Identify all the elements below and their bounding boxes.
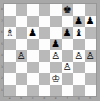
rank-label-5: 5 bbox=[0, 39, 4, 51]
file-label-b: b bbox=[16, 97, 28, 101]
square-c6[interactable]: ♟ bbox=[27, 27, 39, 39]
square-f4[interactable] bbox=[62, 50, 74, 62]
square-c3[interactable] bbox=[27, 62, 39, 74]
piece-white-pawn: ♙ bbox=[63, 62, 72, 72]
piece-white-pawn: ♙ bbox=[17, 50, 26, 60]
square-e8[interactable] bbox=[50, 4, 62, 16]
square-e6[interactable] bbox=[50, 27, 62, 39]
file-label-h: h bbox=[85, 97, 97, 101]
rank-label-1: 1 bbox=[0, 85, 4, 97]
rank-label-6: 6 bbox=[0, 27, 4, 39]
square-a6[interactable]: ♗ bbox=[4, 27, 16, 39]
piece-black-bishop: ♝ bbox=[74, 27, 83, 37]
piece-white-pawn: ♙ bbox=[51, 50, 60, 60]
square-h4[interactable]: ♙ bbox=[85, 50, 97, 62]
square-a2[interactable] bbox=[4, 73, 16, 85]
piece-black-pawn: ♟ bbox=[63, 27, 72, 37]
file-label-g: g bbox=[73, 97, 85, 101]
square-c2[interactable] bbox=[27, 73, 39, 85]
chess-board: ♚♟♟♗♟♟♝♟♙♙♙♙♙♔ bbox=[4, 4, 96, 96]
square-g7[interactable]: ♟ bbox=[73, 16, 85, 28]
square-g6[interactable]: ♝ bbox=[73, 27, 85, 39]
square-e4[interactable]: ♙ bbox=[50, 50, 62, 62]
piece-white-pawn: ♙ bbox=[86, 50, 95, 60]
square-h1[interactable] bbox=[85, 85, 97, 97]
square-h6[interactable] bbox=[85, 27, 97, 39]
square-e3[interactable] bbox=[50, 62, 62, 74]
file-label-f: f bbox=[62, 97, 74, 101]
square-h2[interactable] bbox=[85, 73, 97, 85]
square-a5[interactable] bbox=[4, 39, 16, 51]
square-d2[interactable] bbox=[39, 73, 51, 85]
square-e7[interactable] bbox=[50, 16, 62, 28]
square-b5[interactable] bbox=[16, 39, 28, 51]
file-label-e: e bbox=[50, 97, 62, 101]
square-a4[interactable] bbox=[4, 50, 16, 62]
square-b8[interactable] bbox=[16, 4, 28, 16]
square-g4[interactable]: ♙ bbox=[73, 50, 85, 62]
square-e2[interactable]: ♔ bbox=[50, 73, 62, 85]
square-c4[interactable] bbox=[27, 50, 39, 62]
piece-black-pawn: ♟ bbox=[51, 39, 60, 49]
square-b6[interactable] bbox=[16, 27, 28, 39]
square-c1[interactable] bbox=[27, 85, 39, 97]
square-f3[interactable]: ♙ bbox=[62, 62, 74, 74]
square-f8[interactable]: ♚ bbox=[62, 4, 74, 16]
square-d7[interactable] bbox=[39, 16, 51, 28]
square-e5[interactable]: ♟ bbox=[50, 39, 62, 51]
square-f6[interactable]: ♟ bbox=[62, 27, 74, 39]
rank-label-4: 4 bbox=[0, 50, 4, 62]
file-label-c: c bbox=[27, 97, 39, 101]
square-e1[interactable] bbox=[50, 85, 62, 97]
file-label-a: a bbox=[4, 97, 16, 101]
square-a3[interactable] bbox=[4, 62, 16, 74]
square-a1[interactable] bbox=[4, 85, 16, 97]
piece-white-pawn: ♙ bbox=[74, 50, 83, 60]
square-b3[interactable] bbox=[16, 62, 28, 74]
square-c5[interactable] bbox=[27, 39, 39, 51]
square-d3[interactable] bbox=[39, 62, 51, 74]
square-b4[interactable]: ♙ bbox=[16, 50, 28, 62]
square-a7[interactable] bbox=[4, 16, 16, 28]
square-f2[interactable] bbox=[62, 73, 74, 85]
square-h3[interactable] bbox=[85, 62, 97, 74]
square-d5[interactable] bbox=[39, 39, 51, 51]
square-c7[interactable] bbox=[27, 16, 39, 28]
rank-label-8: 8 bbox=[0, 4, 4, 16]
square-h5[interactable] bbox=[85, 39, 97, 51]
square-b7[interactable] bbox=[16, 16, 28, 28]
square-b1[interactable] bbox=[16, 85, 28, 97]
piece-black-pawn: ♟ bbox=[74, 16, 83, 26]
piece-black-pawn: ♟ bbox=[28, 27, 37, 37]
piece-white-bishop: ♗ bbox=[5, 27, 14, 37]
square-h8[interactable] bbox=[85, 4, 97, 16]
square-d4[interactable] bbox=[39, 50, 51, 62]
square-f1[interactable] bbox=[62, 85, 74, 97]
rank-label-3: 3 bbox=[0, 62, 4, 74]
square-c8[interactable] bbox=[27, 4, 39, 16]
square-g3[interactable] bbox=[73, 62, 85, 74]
piece-black-pawn: ♟ bbox=[86, 16, 95, 26]
square-d6[interactable] bbox=[39, 27, 51, 39]
square-g8[interactable] bbox=[73, 4, 85, 16]
square-h7[interactable]: ♟ bbox=[85, 16, 97, 28]
square-g1[interactable] bbox=[73, 85, 85, 97]
square-d8[interactable] bbox=[39, 4, 51, 16]
file-label-d: d bbox=[39, 97, 51, 101]
chess-diagram: ♚♟♟♗♟♟♝♟♙♙♙♙♙♔ 87654321abcdefgh bbox=[0, 0, 100, 100]
square-f5[interactable] bbox=[62, 39, 74, 51]
square-a8[interactable] bbox=[4, 4, 16, 16]
square-d1[interactable] bbox=[39, 85, 51, 97]
piece-white-king: ♔ bbox=[51, 73, 60, 83]
square-g5[interactable] bbox=[73, 39, 85, 51]
piece-black-king: ♚ bbox=[63, 4, 72, 14]
square-f7[interactable] bbox=[62, 16, 74, 28]
rank-label-2: 2 bbox=[0, 73, 4, 85]
rank-label-7: 7 bbox=[0, 16, 4, 28]
square-b2[interactable] bbox=[16, 73, 28, 85]
square-g2[interactable] bbox=[73, 73, 85, 85]
